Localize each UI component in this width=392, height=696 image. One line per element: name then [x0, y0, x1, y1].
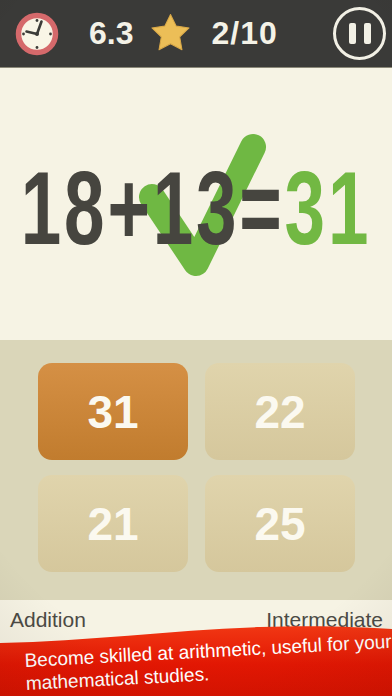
clock-icon — [15, 12, 59, 56]
equation-answer: 31 — [285, 149, 372, 268]
answer-choice-panel: 31 22 21 25 — [0, 340, 392, 600]
top-bar: 6.3 2/10 — [0, 0, 392, 68]
answer-button-top-left[interactable]: 31 — [38, 363, 188, 460]
equation-expression: 18+13= — [21, 149, 285, 268]
answer-button-bottom-right[interactable]: 25 — [205, 475, 355, 572]
star-icon — [150, 14, 191, 53]
pause-button[interactable] — [333, 7, 386, 60]
math-quiz-app: 6.3 2/10 18+13=31 31 22 21 25 Addition — [0, 0, 392, 696]
question-area: 18+13=31 — [0, 67, 392, 340]
equation: 18+13=31 — [59, 72, 333, 345]
pause-icon — [349, 23, 371, 44]
timer-value: 6.3 — [89, 15, 133, 52]
answer-button-top-right[interactable]: 22 — [205, 363, 355, 460]
answer-button-bottom-left[interactable]: 21 — [38, 475, 188, 572]
promo-banner: Become skilled at arithmetic, useful for… — [0, 624, 392, 696]
score-progress: 2/10 — [211, 15, 277, 52]
